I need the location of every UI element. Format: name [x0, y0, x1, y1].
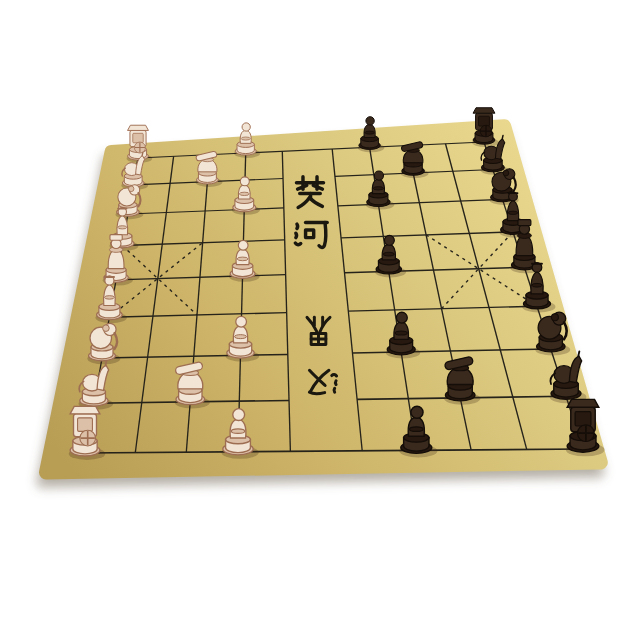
river-char-chu-text: 楚 — [295, 176, 325, 211]
river-char-han-rotated-text: 汉 — [309, 368, 336, 399]
piece-dark-chariot-2[interactable] — [566, 399, 605, 456]
river-char-jie-rotated: 界 — [306, 316, 332, 346]
river-char-chu: 楚 — [295, 176, 325, 211]
xiangqi-board-photo: 楚 河 界 汉 — [0, 0, 640, 640]
photo-scene: 楚 河 界 汉 — [0, 0, 640, 640]
river-char-jie-rotated-text: 界 — [306, 316, 332, 346]
river-char-he-text: 河 — [297, 217, 327, 252]
river-char-han-rotated: 汉 — [309, 368, 337, 399]
river-char-he: 河 — [295, 217, 327, 252]
